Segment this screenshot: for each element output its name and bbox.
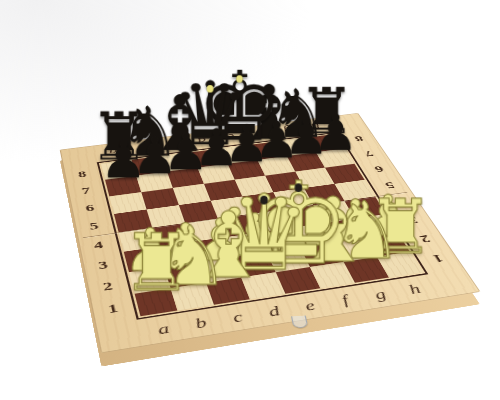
square-a1: ♜: [135, 288, 178, 316]
file-label-b-near: b: [178, 308, 224, 340]
chess-board: abcdefgh abcdefgh 87654321 87654321 ♜♞♝♛…: [60, 113, 481, 353]
product-photo-scene: abcdefgh abcdefgh 87654321 87654321 ♜♞♝♛…: [0, 0, 500, 400]
latch-hook-icon: [291, 315, 308, 328]
white-rook-a1: ♜: [94, 224, 217, 302]
